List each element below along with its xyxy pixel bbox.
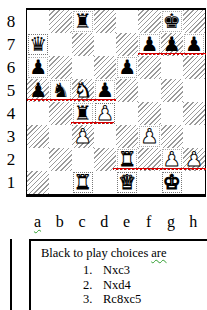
square-b6 xyxy=(49,56,71,79)
black-queen-icon: ♛ xyxy=(27,33,49,56)
square-c1: ♜ xyxy=(72,171,94,194)
square-e3 xyxy=(116,125,138,148)
rank-label-5: 5 xyxy=(0,79,22,102)
square-b7 xyxy=(49,33,71,56)
square-h6 xyxy=(183,56,205,79)
choice-number: 3. xyxy=(83,292,103,307)
choice-option-1[interactable]: 1.Nxc3 xyxy=(41,263,207,278)
red-squiggle-rank7 xyxy=(138,53,206,56)
white-pawn-icon: ♟ xyxy=(138,125,160,148)
square-f3: ♟ xyxy=(138,125,160,148)
choices-panel: Black to play choicesare 1.Nxc3 2.Nxd4 3… xyxy=(29,239,207,310)
square-a2 xyxy=(27,148,49,171)
red-squiggle-rank5 xyxy=(27,99,116,102)
rank-label-1: 1 xyxy=(0,171,22,194)
square-h4 xyxy=(183,102,205,125)
choice-number: 1. xyxy=(83,263,103,278)
file-label-d: d xyxy=(93,212,116,232)
choice-option-2[interactable]: 2.Nxd4 xyxy=(41,278,207,293)
file-label-e: e xyxy=(115,212,138,232)
rank-label-2: 2 xyxy=(0,148,22,171)
square-e7 xyxy=(116,33,138,56)
square-a4 xyxy=(27,102,49,125)
square-g1: ♚ xyxy=(161,171,183,194)
square-g8: ♚ xyxy=(161,10,183,33)
square-a6: ♟ xyxy=(27,56,49,79)
square-d8 xyxy=(94,10,116,33)
square-f1 xyxy=(138,171,160,194)
choice-move: Nxd4 xyxy=(103,278,131,292)
choice-number: 2. xyxy=(83,278,103,293)
square-d1 xyxy=(94,171,116,194)
choices-title: Black to play choicesare xyxy=(41,246,207,261)
square-g3 xyxy=(161,125,183,148)
file-label-f: f xyxy=(137,212,160,232)
square-c7 xyxy=(72,33,94,56)
square-g4 xyxy=(161,102,183,125)
square-h8 xyxy=(183,10,205,33)
white-king-icon: ♚ xyxy=(161,171,183,194)
rank-label-7: 7 xyxy=(0,33,22,56)
square-e5 xyxy=(116,79,138,102)
square-f6 xyxy=(138,56,160,79)
square-c8: ♜ xyxy=(72,10,94,33)
square-a7: ♛ xyxy=(27,33,49,56)
red-squiggle-rank2 xyxy=(113,168,206,171)
square-b2 xyxy=(49,148,71,171)
square-c3: ♟ xyxy=(72,125,94,148)
square-e8 xyxy=(116,10,138,33)
square-h1 xyxy=(183,171,205,194)
white-pawn-icon: ♟ xyxy=(72,125,94,148)
black-pawn-icon: ♟ xyxy=(116,56,138,79)
square-b3 xyxy=(49,125,71,148)
square-e1: ♛ xyxy=(116,171,138,194)
square-f4 xyxy=(138,102,160,125)
square-c6 xyxy=(72,56,94,79)
choice-move: Nxc3 xyxy=(103,263,130,277)
square-c2 xyxy=(72,148,94,171)
file-label-a: a xyxy=(26,212,49,232)
red-squiggle-rank4 xyxy=(71,122,114,125)
square-h3 xyxy=(183,125,205,148)
rank-label-8: 8 xyxy=(0,10,22,33)
square-d3 xyxy=(94,125,116,148)
file-label-g: g xyxy=(160,212,183,232)
choice-move: Rc8xc5 xyxy=(103,292,141,306)
rank-label-4: 4 xyxy=(0,102,22,125)
square-a1 xyxy=(27,171,49,194)
square-g6 xyxy=(161,56,183,79)
square-e6: ♟ xyxy=(116,56,138,79)
choice-option-3[interactable]: 3.Rc8xc5 xyxy=(41,292,207,307)
square-f8 xyxy=(138,10,160,33)
left-box-edge xyxy=(10,239,12,310)
square-f5 xyxy=(138,79,160,102)
square-d7 xyxy=(94,33,116,56)
square-b1 xyxy=(49,171,71,194)
black-pawn-icon: ♟ xyxy=(27,56,49,79)
white-queen-icon: ♛ xyxy=(116,171,138,194)
black-king-icon: ♚ xyxy=(161,10,183,33)
square-b8 xyxy=(49,10,71,33)
square-a8 xyxy=(27,10,49,33)
file-label-c: c xyxy=(71,212,94,232)
chess-quiz-page: 8 7 6 5 4 3 2 1 ♜♚♛♟♟♟♟♟♟♞♞♟♜♟♟♟♜♟♟♜♛♚ a… xyxy=(0,0,207,310)
white-rook-icon: ♜ xyxy=(72,171,94,194)
square-d6 xyxy=(94,56,116,79)
square-h5 xyxy=(183,79,205,102)
square-a3 xyxy=(27,125,49,148)
black-rook-icon: ♜ xyxy=(72,10,94,33)
file-label-h: h xyxy=(182,212,205,232)
file-label-b: b xyxy=(48,212,71,232)
square-g5 xyxy=(161,79,183,102)
rank-label-6: 6 xyxy=(0,56,22,79)
square-e4 xyxy=(116,102,138,125)
square-b4 xyxy=(49,102,71,125)
rank-label-3: 3 xyxy=(0,125,22,148)
